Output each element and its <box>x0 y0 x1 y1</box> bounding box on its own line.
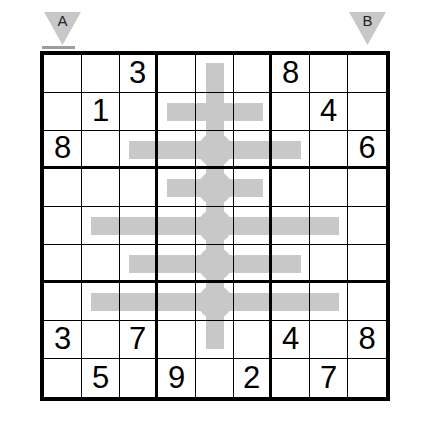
cell-r1c3[interactable]: 3 <box>120 55 158 93</box>
given-digit: 3 <box>129 57 146 88</box>
given-digit: 8 <box>358 323 375 354</box>
sudoku-board: 38148637485927 <box>40 51 390 401</box>
cell-r8c4[interactable] <box>158 321 196 359</box>
cell-r3c6[interactable] <box>234 131 272 169</box>
given-digit: 3 <box>54 323 71 354</box>
cell-r8c5[interactable] <box>196 321 234 359</box>
cell-r7c9[interactable] <box>348 283 386 321</box>
cell-r5c4[interactable] <box>158 207 196 245</box>
cell-r9c3[interactable] <box>120 359 158 397</box>
given-digit: 9 <box>168 362 185 393</box>
cell-r9c9[interactable] <box>348 359 386 397</box>
cell-r2c9[interactable] <box>348 93 386 131</box>
given-digit: 4 <box>282 323 299 354</box>
cell-r8c6[interactable] <box>234 321 272 359</box>
cell-r2c1[interactable] <box>44 93 82 131</box>
cell-r1c2[interactable] <box>82 55 120 93</box>
cell-r5c1[interactable] <box>44 207 82 245</box>
cell-r7c7[interactable] <box>272 283 310 321</box>
cell-r7c2[interactable] <box>82 283 120 321</box>
cell-r9c2[interactable]: 5 <box>82 359 120 397</box>
cell-r1c1[interactable] <box>44 55 82 93</box>
cell-r6c8[interactable] <box>310 245 348 283</box>
cell-r1c5[interactable] <box>196 55 234 93</box>
given-digit: 2 <box>243 362 260 393</box>
cell-r5c2[interactable] <box>82 207 120 245</box>
cell-r7c8[interactable] <box>310 283 348 321</box>
cell-r9c4[interactable]: 9 <box>158 359 196 397</box>
cell-r1c9[interactable] <box>348 55 386 93</box>
cell-r7c6[interactable] <box>234 283 272 321</box>
cell-r3c3[interactable] <box>120 131 158 169</box>
cell-r7c1[interactable] <box>44 283 82 321</box>
cell-r8c9[interactable]: 8 <box>348 321 386 359</box>
cell-r4c2[interactable] <box>82 169 120 207</box>
cell-r6c3[interactable] <box>120 245 158 283</box>
given-digit: 8 <box>282 57 299 88</box>
cell-r2c2[interactable]: 1 <box>82 93 120 131</box>
cell-r6c9[interactable] <box>348 245 386 283</box>
cell-r8c7[interactable]: 4 <box>272 321 310 359</box>
given-digit: 8 <box>54 132 71 163</box>
given-digit: 5 <box>92 362 109 393</box>
cell-r1c8[interactable] <box>310 55 348 93</box>
given-digit: 7 <box>129 323 146 354</box>
cell-r2c7[interactable] <box>272 93 310 131</box>
cell-r6c7[interactable] <box>272 245 310 283</box>
cell-r3c8[interactable] <box>310 131 348 169</box>
cell-r6c6[interactable] <box>234 245 272 283</box>
cell-r7c4[interactable] <box>158 283 196 321</box>
cell-r9c8[interactable]: 7 <box>310 359 348 397</box>
given-digit: 6 <box>358 132 375 163</box>
cell-r2c4[interactable] <box>158 93 196 131</box>
cell-r6c1[interactable] <box>44 245 82 283</box>
cell-r8c3[interactable]: 7 <box>120 321 158 359</box>
answer-marker-b: B <box>349 12 386 45</box>
cell-r6c4[interactable] <box>158 245 196 283</box>
cell-r2c5[interactable] <box>196 93 234 131</box>
marker-b-label: B <box>349 13 386 29</box>
cell-r5c3[interactable] <box>120 207 158 245</box>
cell-r8c8[interactable] <box>310 321 348 359</box>
cell-r7c5[interactable] <box>196 283 234 321</box>
cell-r4c7[interactable] <box>272 169 310 207</box>
answer-marker-a: A <box>44 12 81 45</box>
given-digit: 1 <box>92 95 109 126</box>
cell-r4c8[interactable] <box>310 169 348 207</box>
cell-r3c1[interactable]: 8 <box>44 131 82 169</box>
cell-r2c3[interactable] <box>120 93 158 131</box>
marker-a-label: A <box>44 13 81 29</box>
cell-r8c2[interactable] <box>82 321 120 359</box>
cell-r5c9[interactable] <box>348 207 386 245</box>
cell-r9c1[interactable] <box>44 359 82 397</box>
cell-r9c7[interactable] <box>272 359 310 397</box>
cell-r4c5[interactable] <box>196 169 234 207</box>
cell-r1c7[interactable]: 8 <box>272 55 310 93</box>
cell-r7c3[interactable] <box>120 283 158 321</box>
cell-r4c9[interactable] <box>348 169 386 207</box>
given-digit: 7 <box>320 362 337 393</box>
cell-r2c6[interactable] <box>234 93 272 131</box>
cell-r9c5[interactable] <box>196 359 234 397</box>
cell-r3c2[interactable] <box>82 131 120 169</box>
cell-r3c5[interactable] <box>196 131 234 169</box>
cell-r6c2[interactable] <box>82 245 120 283</box>
cell-r6c5[interactable] <box>196 245 234 283</box>
cell-r2c8[interactable]: 4 <box>310 93 348 131</box>
puzzle-page: A B 38148637485927 <box>0 0 426 431</box>
cell-r4c6[interactable] <box>234 169 272 207</box>
cell-r3c4[interactable] <box>158 131 196 169</box>
cell-r9c6[interactable]: 2 <box>234 359 272 397</box>
given-digit: 4 <box>320 95 337 126</box>
cell-r4c1[interactable] <box>44 169 82 207</box>
stray-mark <box>42 46 75 49</box>
sudoku-grid: 38148637485927 <box>44 55 386 397</box>
cell-r8c1[interactable]: 3 <box>44 321 82 359</box>
cell-r4c3[interactable] <box>120 169 158 207</box>
cell-r5c7[interactable] <box>272 207 310 245</box>
cell-r5c5[interactable] <box>196 207 234 245</box>
cell-r5c6[interactable] <box>234 207 272 245</box>
cell-r1c6[interactable] <box>234 55 272 93</box>
cell-r1c4[interactable] <box>158 55 196 93</box>
cell-r3c9[interactable]: 6 <box>348 131 386 169</box>
cell-r5c8[interactable] <box>310 207 348 245</box>
cell-r4c4[interactable] <box>158 169 196 207</box>
cell-r3c7[interactable] <box>272 131 310 169</box>
